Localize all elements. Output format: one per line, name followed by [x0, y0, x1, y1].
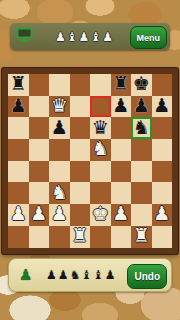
square-e6[interactable]: ♛	[90, 117, 111, 139]
square-g2[interactable]	[131, 204, 152, 226]
piece-black-king-g8: ♚	[133, 74, 150, 93]
square-a8[interactable]: ♜	[8, 74, 29, 96]
piece-black-queen-e6: ♛	[92, 118, 109, 137]
square-e8[interactable]	[90, 74, 111, 96]
captured-black-knight: ♞	[69, 269, 80, 281]
piece-white-pawn-b2: ♟	[30, 204, 47, 223]
piece-black-pawn-c6: ♟	[51, 118, 68, 137]
square-c2[interactable]: ♟	[49, 204, 70, 226]
square-a1[interactable]	[8, 226, 29, 248]
square-b7[interactable]	[29, 96, 50, 118]
piece-white-knight-e5: ♞	[92, 139, 109, 158]
square-c8[interactable]	[49, 74, 70, 96]
square-f1[interactable]	[111, 226, 132, 248]
bottom-bar: ♟ ♟♟♞♝♝♟ Undo	[8, 258, 172, 292]
square-b8[interactable]	[29, 74, 50, 96]
captured-black-pawn: ♟	[46, 269, 57, 281]
captured-white-bishop: ♝	[67, 31, 78, 43]
square-h8[interactable]	[152, 74, 173, 96]
piece-white-pawn-c2: ♟	[51, 204, 68, 223]
square-h2[interactable]: ♟	[152, 204, 173, 226]
square-g1[interactable]: ♜	[131, 226, 152, 248]
square-g6[interactable]: ♞	[131, 117, 152, 139]
piece-white-king-e2: ♚	[92, 204, 109, 223]
piece-white-knight-c3: ♞	[51, 183, 68, 202]
square-e4[interactable]	[90, 161, 111, 183]
square-g5[interactable]	[131, 139, 152, 161]
captured-black-bishop: ♝	[81, 269, 92, 281]
captured-white-pawn: ♟	[102, 31, 113, 43]
square-f6[interactable]	[111, 117, 132, 139]
square-h3[interactable]	[152, 182, 173, 204]
captured-black-pawn: ♟	[58, 269, 69, 281]
square-e3[interactable]	[90, 182, 111, 204]
captured-white-pieces-tray: ♟♝♟♝♟	[34, 31, 134, 43]
piece-black-pawn-f7: ♟	[112, 96, 129, 115]
square-d1[interactable]: ♜	[70, 226, 91, 248]
square-a5[interactable]	[8, 139, 29, 161]
square-c6[interactable]: ♟	[49, 117, 70, 139]
captured-black-pieces-tray: ♟♟♞♝♝♟	[32, 269, 129, 281]
square-b1[interactable]	[29, 226, 50, 248]
square-h7[interactable]: ♟	[152, 96, 173, 118]
square-d3[interactable]	[70, 182, 91, 204]
square-h6[interactable]	[152, 117, 173, 139]
human-player-pawn-icon: ♟	[19, 268, 32, 283]
square-b3[interactable]	[29, 182, 50, 204]
square-a6[interactable]	[8, 117, 29, 139]
square-h1[interactable]	[152, 226, 173, 248]
undo-button[interactable]: Undo	[127, 264, 167, 289]
board-grid: ♜♜♚♟♛♟♟♟♟♛♞♞♞♟♟♟♚♟♟♜♜	[8, 74, 172, 248]
square-d2[interactable]	[70, 204, 91, 226]
piece-white-rook-g1: ♜	[133, 226, 150, 245]
square-h5[interactable]	[152, 139, 173, 161]
square-e2[interactable]: ♚	[90, 204, 111, 226]
square-f7[interactable]: ♟	[111, 96, 132, 118]
square-a3[interactable]	[8, 182, 29, 204]
square-b6[interactable]	[29, 117, 50, 139]
piece-black-pawn-a7: ♟	[10, 96, 27, 115]
square-g7[interactable]: ♟	[131, 96, 152, 118]
square-d7[interactable]	[70, 96, 91, 118]
piece-black-pawn-g7: ♟	[133, 96, 150, 115]
captured-white-bishop: ♝	[90, 31, 101, 43]
square-e1[interactable]	[90, 226, 111, 248]
chess-board: ♜♜♚♟♛♟♟♟♟♛♞♞♞♟♟♟♚♟♟♜♜	[2, 68, 178, 254]
square-a7[interactable]: ♟	[8, 96, 29, 118]
menu-button[interactable]: Menu	[130, 26, 168, 49]
square-b5[interactable]	[29, 139, 50, 161]
square-b2[interactable]: ♟	[29, 204, 50, 226]
piece-black-knight-g6: ♞	[133, 118, 150, 137]
square-c5[interactable]	[49, 139, 70, 161]
square-f3[interactable]	[111, 182, 132, 204]
piece-black-pawn-h7: ♟	[153, 96, 170, 115]
square-d8[interactable]	[70, 74, 91, 96]
square-d5[interactable]	[70, 139, 91, 161]
square-c4[interactable]	[49, 161, 70, 183]
square-c3[interactable]: ♞	[49, 182, 70, 204]
square-e7[interactable]	[90, 96, 111, 118]
square-a4[interactable]	[8, 161, 29, 183]
square-f5[interactable]	[111, 139, 132, 161]
square-f8[interactable]: ♜	[111, 74, 132, 96]
piece-white-queen-c7: ♛	[51, 96, 68, 115]
computer-player-monitor-icon	[16, 27, 34, 47]
piece-black-rook-f8: ♜	[112, 74, 129, 93]
top-bar: ♟♝♟♝♟ Menu	[10, 23, 170, 50]
captured-black-bishop: ♝	[93, 269, 104, 281]
square-e5[interactable]: ♞	[90, 139, 111, 161]
chess-app-screen: { "game": "chess", "position": { "fen": …	[0, 0, 180, 320]
captured-white-pawn: ♟	[79, 31, 90, 43]
piece-white-rook-d1: ♜	[71, 226, 88, 245]
square-f2[interactable]: ♟	[111, 204, 132, 226]
captured-black-pawn: ♟	[105, 269, 116, 281]
square-f4[interactable]	[111, 161, 132, 183]
square-g4[interactable]	[131, 161, 152, 183]
square-b4[interactable]	[29, 161, 50, 183]
square-d4[interactable]	[70, 161, 91, 183]
square-c1[interactable]	[49, 226, 70, 248]
square-g3[interactable]	[131, 182, 152, 204]
piece-white-pawn-a2: ♟	[10, 204, 27, 223]
piece-white-pawn-f2: ♟	[112, 204, 129, 223]
piece-white-pawn-h2: ♟	[153, 204, 170, 223]
square-c7[interactable]: ♛	[49, 96, 70, 118]
captured-white-pawn: ♟	[55, 31, 66, 43]
piece-black-rook-a8: ♜	[10, 74, 27, 93]
square-d6[interactable]	[70, 117, 91, 139]
square-a2[interactable]: ♟	[8, 204, 29, 226]
square-g8[interactable]: ♚	[131, 74, 152, 96]
square-h4[interactable]	[152, 161, 173, 183]
